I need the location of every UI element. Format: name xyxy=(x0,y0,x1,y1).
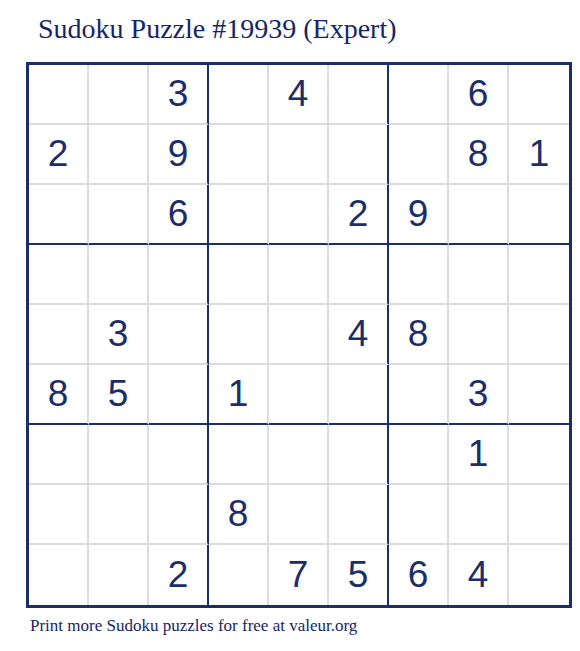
cell-r9c9[interactable] xyxy=(509,545,569,605)
cell-r6c4: 1 xyxy=(209,365,269,425)
cell-r7c6[interactable] xyxy=(329,425,389,485)
cell-r9c3: 2 xyxy=(149,545,209,605)
cell-r9c1[interactable] xyxy=(29,545,89,605)
cell-r5c1[interactable] xyxy=(29,305,89,365)
cell-r7c2[interactable] xyxy=(89,425,149,485)
cell-r8c8[interactable] xyxy=(449,485,509,545)
cell-r6c9[interactable] xyxy=(509,365,569,425)
cell-r5c7: 8 xyxy=(389,305,449,365)
cell-r3c2[interactable] xyxy=(89,185,149,245)
cell-r2c2[interactable] xyxy=(89,125,149,185)
cell-r1c5: 4 xyxy=(269,65,329,125)
cell-r2c7[interactable] xyxy=(389,125,449,185)
cell-r9c6: 5 xyxy=(329,545,389,605)
cell-r9c7: 6 xyxy=(389,545,449,605)
cell-r4c3[interactable] xyxy=(149,245,209,305)
cell-r2c4[interactable] xyxy=(209,125,269,185)
cell-r2c5[interactable] xyxy=(269,125,329,185)
cell-r9c2[interactable] xyxy=(89,545,149,605)
cell-r8c9[interactable] xyxy=(509,485,569,545)
cell-r4c9[interactable] xyxy=(509,245,569,305)
cell-r3c5[interactable] xyxy=(269,185,329,245)
cell-r8c1[interactable] xyxy=(29,485,89,545)
cell-r4c7[interactable] xyxy=(389,245,449,305)
cell-r4c4[interactable] xyxy=(209,245,269,305)
cell-r2c3: 9 xyxy=(149,125,209,185)
cell-r4c2[interactable] xyxy=(89,245,149,305)
cell-r1c6[interactable] xyxy=(329,65,389,125)
cell-r9c5: 7 xyxy=(269,545,329,605)
cell-r7c7[interactable] xyxy=(389,425,449,485)
cell-r6c2: 5 xyxy=(89,365,149,425)
cell-r7c1[interactable] xyxy=(29,425,89,485)
cell-r6c3[interactable] xyxy=(149,365,209,425)
cell-r6c7[interactable] xyxy=(389,365,449,425)
cell-r2c9: 1 xyxy=(509,125,569,185)
cell-r6c8: 3 xyxy=(449,365,509,425)
cell-r3c4[interactable] xyxy=(209,185,269,245)
cell-r6c5[interactable] xyxy=(269,365,329,425)
cell-r7c9[interactable] xyxy=(509,425,569,485)
cell-r5c8[interactable] xyxy=(449,305,509,365)
cell-r8c4: 8 xyxy=(209,485,269,545)
cell-r4c6[interactable] xyxy=(329,245,389,305)
cell-r7c3[interactable] xyxy=(149,425,209,485)
cell-r1c4[interactable] xyxy=(209,65,269,125)
cell-r9c4[interactable] xyxy=(209,545,269,605)
cell-r3c6: 2 xyxy=(329,185,389,245)
cell-r1c3: 3 xyxy=(149,65,209,125)
cell-r2c6[interactable] xyxy=(329,125,389,185)
footer-text: Print more Sudoku puzzles for free at va… xyxy=(30,616,357,636)
cell-r5c5[interactable] xyxy=(269,305,329,365)
page-title: Sudoku Puzzle #19939 (Expert) xyxy=(38,12,397,46)
cell-r7c4[interactable] xyxy=(209,425,269,485)
sudoku-print-page: Sudoku Puzzle #19939 (Expert) 3462981629… xyxy=(0,0,580,651)
cell-r7c8: 1 xyxy=(449,425,509,485)
cell-r1c8: 6 xyxy=(449,65,509,125)
cell-r8c2[interactable] xyxy=(89,485,149,545)
cell-r3c7: 9 xyxy=(389,185,449,245)
cell-r1c7[interactable] xyxy=(389,65,449,125)
cell-r6c6[interactable] xyxy=(329,365,389,425)
sudoku-grid: 346298162934885131827564 xyxy=(26,62,572,608)
cell-r3c8[interactable] xyxy=(449,185,509,245)
cell-r3c9[interactable] xyxy=(509,185,569,245)
cell-r3c1[interactable] xyxy=(29,185,89,245)
cell-r6c1: 8 xyxy=(29,365,89,425)
cell-r5c6: 4 xyxy=(329,305,389,365)
cell-r8c6[interactable] xyxy=(329,485,389,545)
cell-r8c5[interactable] xyxy=(269,485,329,545)
cell-r3c3: 6 xyxy=(149,185,209,245)
cell-r7c5[interactable] xyxy=(269,425,329,485)
cell-r9c8: 4 xyxy=(449,545,509,605)
cell-r2c8: 8 xyxy=(449,125,509,185)
cell-r2c1: 2 xyxy=(29,125,89,185)
cell-r5c9[interactable] xyxy=(509,305,569,365)
cell-r1c9[interactable] xyxy=(509,65,569,125)
cell-r5c2: 3 xyxy=(89,305,149,365)
cell-r1c2[interactable] xyxy=(89,65,149,125)
cell-r1c1[interactable] xyxy=(29,65,89,125)
cell-r4c5[interactable] xyxy=(269,245,329,305)
cell-r8c7[interactable] xyxy=(389,485,449,545)
cell-r4c1[interactable] xyxy=(29,245,89,305)
cell-r5c3[interactable] xyxy=(149,305,209,365)
cell-r4c8[interactable] xyxy=(449,245,509,305)
cell-r5c4[interactable] xyxy=(209,305,269,365)
cell-r8c3[interactable] xyxy=(149,485,209,545)
